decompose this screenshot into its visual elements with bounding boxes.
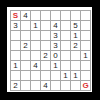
cell-r1c7[interactable] [71,11,81,21]
cell-r6c3[interactable]: 4 [31,61,41,71]
cell-r6c5[interactable]: 1 [51,61,61,71]
cell-r3c5[interactable]: 3 [51,31,61,41]
cell-r5c1[interactable] [11,51,21,61]
cell-r7c2[interactable] [21,71,31,81]
cell-r2c1[interactable]: 3 [11,21,21,31]
cell-r3c4[interactable] [41,31,51,41]
cell-r1c2[interactable]: 4 [21,11,31,21]
cell-r5c6[interactable] [61,51,71,61]
cell-r1c5[interactable] [51,11,61,21]
puzzle-panel: S43145312322011411124G [7,7,92,92]
cell-r7c6[interactable]: 1 [61,71,71,81]
cell-r5c2[interactable] [21,51,31,61]
cell-r2c7[interactable]: 5 [71,21,81,31]
cell-r6c1[interactable]: 1 [11,61,21,71]
cell-r3c7[interactable]: 1 [71,31,81,41]
cell-r6c6[interactable] [61,61,71,71]
cell-r8c7[interactable] [71,81,81,90]
cell-r5c5[interactable]: 0 [51,51,61,61]
cell-r7c3[interactable] [31,71,41,81]
cell-r6c7[interactable] [71,61,81,71]
cell-r5c7[interactable] [71,51,81,61]
cell-r2c3[interactable]: 1 [31,21,41,31]
cell-r8c3[interactable] [31,81,41,90]
cell-r8c2[interactable] [21,81,31,90]
cell-r3c2[interactable] [21,31,31,41]
cell-r1c3[interactable] [31,11,41,21]
cell-r3c6[interactable] [61,31,71,41]
cell-r6c8[interactable] [81,61,90,71]
cell-r7c1[interactable] [11,71,21,81]
cell-r4c5[interactable]: 3 [51,41,61,51]
cell-r2c4[interactable] [41,21,51,31]
cell-r4c6[interactable] [61,41,71,51]
window-background: S43145312322011411124G [0,0,100,100]
cell-r4c8[interactable] [81,41,90,51]
cell-r1c1-start[interactable]: S [11,11,21,21]
cell-r7c4[interactable] [41,71,51,81]
cell-r4c1[interactable] [11,41,21,51]
cell-r1c6[interactable] [61,11,71,21]
cell-r4c4[interactable] [41,41,51,51]
cell-r7c5[interactable] [51,71,61,81]
cell-r2c2[interactable] [21,21,31,31]
cell-r5c3[interactable] [31,51,41,61]
cell-r1c8[interactable] [81,11,90,21]
cell-r3c1[interactable] [11,31,21,41]
cell-r8c4[interactable]: 4 [41,81,51,90]
cell-r3c3[interactable] [31,31,41,41]
puzzle-grid: S43145312322011411124G [10,10,91,91]
cell-r8c6[interactable] [61,81,71,90]
cell-r1c4[interactable] [41,11,51,21]
cell-r5c8[interactable]: 1 [81,51,90,61]
cell-r5c4[interactable]: 2 [41,51,51,61]
cell-r2c8[interactable] [81,21,90,31]
cell-r4c7[interactable]: 2 [71,41,81,51]
cell-r8c1[interactable]: 2 [11,81,21,90]
cell-r4c2[interactable]: 2 [21,41,31,51]
cell-r2c5[interactable]: 4 [51,21,61,31]
cell-r6c2[interactable] [21,61,31,71]
cell-r4c3[interactable] [31,41,41,51]
cell-r8c5[interactable] [51,81,61,90]
cell-r7c7[interactable]: 1 [71,71,81,81]
cell-r6c4[interactable] [41,61,51,71]
cell-r3c8[interactable] [81,31,90,41]
cell-r7c8[interactable] [81,71,90,81]
cell-r2c6[interactable] [61,21,71,31]
cell-r8c8-goal[interactable]: G [81,81,90,90]
